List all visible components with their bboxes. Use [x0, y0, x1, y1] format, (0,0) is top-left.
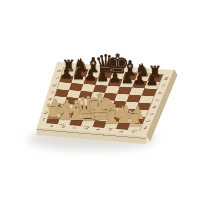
rank-label-left-7: 7: [49, 75, 63, 81]
rank-label-right-7: 7: [155, 83, 170, 89]
rank-label-left-4: 4: [43, 96, 57, 102]
rank-label-right-6: 6: [152, 90, 167, 96]
rank-label-left-3: 3: [41, 103, 55, 109]
rank-label-right-4: 4: [146, 104, 161, 110]
rank-label-left-2: 2: [39, 110, 53, 116]
rank-label-right-8: 8: [158, 76, 174, 82]
rank-label-left-8: 8: [51, 68, 65, 74]
rank-label-right-1: 1: [138, 125, 153, 131]
product-photo-scene: a88b77c66d55e44f33g22h11 ♜♞♝♛♚♝♞♜♟♟♟♟♟♟♟…: [0, 0, 200, 200]
file-label-h: h: [126, 130, 140, 136]
rank-label-right-3: 3: [143, 111, 158, 117]
rank-label-right-2: 2: [141, 118, 156, 124]
rank-label-left-5: 5: [45, 89, 59, 95]
rank-label-left-1: 1: [37, 117, 51, 123]
rank-label-left-6: 6: [47, 82, 61, 88]
rank-label-right-5: 5: [149, 97, 164, 103]
